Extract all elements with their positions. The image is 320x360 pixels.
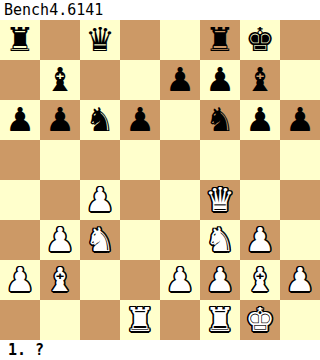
square-d8[interactable] xyxy=(120,20,160,60)
square-b6[interactable]: ♟ xyxy=(40,100,80,140)
square-g1[interactable]: ♚ xyxy=(240,300,280,340)
piece-black-bishop[interactable]: ♝ xyxy=(240,60,280,100)
square-g8[interactable]: ♚ xyxy=(240,20,280,60)
square-a1[interactable] xyxy=(0,300,40,340)
piece-white-pawn[interactable]: ♟ xyxy=(80,180,120,220)
piece-white-knight[interactable]: ♞ xyxy=(200,220,240,260)
square-a4[interactable] xyxy=(0,180,40,220)
square-e1[interactable] xyxy=(160,300,200,340)
square-b4[interactable] xyxy=(40,180,80,220)
piece-white-pawn[interactable]: ♟ xyxy=(160,260,200,300)
square-b2[interactable]: ♝ xyxy=(40,260,80,300)
square-c4[interactable]: ♟ xyxy=(80,180,120,220)
square-b5[interactable] xyxy=(40,140,80,180)
square-c1[interactable] xyxy=(80,300,120,340)
square-a2[interactable]: ♟ xyxy=(0,260,40,300)
move-prompt: 1. ? xyxy=(0,340,320,360)
square-g2[interactable]: ♝ xyxy=(240,260,280,300)
square-f2[interactable]: ♟ xyxy=(200,260,240,300)
square-f5[interactable] xyxy=(200,140,240,180)
piece-black-knight[interactable]: ♞ xyxy=(80,100,120,140)
square-g6[interactable]: ♟ xyxy=(240,100,280,140)
chess-board: ♜♛♜♚♝♟♟♝♟♟♞♟♞♟♟♟♛♟♞♞♟♟♝♟♟♝♟♜♜♚ xyxy=(0,20,320,340)
square-f7[interactable]: ♟ xyxy=(200,60,240,100)
piece-white-pawn[interactable]: ♟ xyxy=(280,260,320,300)
square-h8[interactable] xyxy=(280,20,320,60)
square-d1[interactable]: ♜ xyxy=(120,300,160,340)
square-c2[interactable] xyxy=(80,260,120,300)
square-c3[interactable]: ♞ xyxy=(80,220,120,260)
square-a3[interactable] xyxy=(0,220,40,260)
piece-black-pawn[interactable]: ♟ xyxy=(40,100,80,140)
piece-black-king[interactable]: ♚ xyxy=(240,20,280,60)
piece-white-pawn[interactable]: ♟ xyxy=(240,220,280,260)
piece-black-pawn[interactable]: ♟ xyxy=(240,100,280,140)
piece-white-pawn[interactable]: ♟ xyxy=(40,220,80,260)
piece-white-pawn[interactable]: ♟ xyxy=(200,260,240,300)
square-c6[interactable]: ♞ xyxy=(80,100,120,140)
square-b3[interactable]: ♟ xyxy=(40,220,80,260)
diagram-title: Bench4.6141 xyxy=(0,0,320,20)
piece-white-bishop[interactable]: ♝ xyxy=(40,260,80,300)
square-a8[interactable]: ♜ xyxy=(0,20,40,60)
square-e6[interactable] xyxy=(160,100,200,140)
square-f3[interactable]: ♞ xyxy=(200,220,240,260)
piece-black-pawn[interactable]: ♟ xyxy=(120,100,160,140)
square-h2[interactable]: ♟ xyxy=(280,260,320,300)
piece-black-knight[interactable]: ♞ xyxy=(200,100,240,140)
square-d4[interactable] xyxy=(120,180,160,220)
piece-black-pawn[interactable]: ♟ xyxy=(200,60,240,100)
square-a5[interactable] xyxy=(0,140,40,180)
piece-black-pawn[interactable]: ♟ xyxy=(160,60,200,100)
piece-white-pawn[interactable]: ♟ xyxy=(0,260,40,300)
square-h1[interactable] xyxy=(280,300,320,340)
square-d2[interactable] xyxy=(120,260,160,300)
square-e5[interactable] xyxy=(160,140,200,180)
square-h7[interactable] xyxy=(280,60,320,100)
square-h4[interactable] xyxy=(280,180,320,220)
square-f4[interactable]: ♛ xyxy=(200,180,240,220)
piece-white-rook[interactable]: ♜ xyxy=(200,300,240,340)
chess-diagram-window: Bench4.6141 ♜♛♜♚♝♟♟♝♟♟♞♟♞♟♟♟♛♟♞♞♟♟♝♟♟♝♟♜… xyxy=(0,0,320,360)
square-d3[interactable] xyxy=(120,220,160,260)
piece-black-queen[interactable]: ♛ xyxy=(80,20,120,60)
piece-white-knight[interactable]: ♞ xyxy=(80,220,120,260)
square-g4[interactable] xyxy=(240,180,280,220)
square-g5[interactable] xyxy=(240,140,280,180)
square-h5[interactable] xyxy=(280,140,320,180)
square-e8[interactable] xyxy=(160,20,200,60)
piece-white-king[interactable]: ♚ xyxy=(240,300,280,340)
square-d5[interactable] xyxy=(120,140,160,180)
square-f1[interactable]: ♜ xyxy=(200,300,240,340)
square-g3[interactable]: ♟ xyxy=(240,220,280,260)
square-c8[interactable]: ♛ xyxy=(80,20,120,60)
piece-black-rook[interactable]: ♜ xyxy=(0,20,40,60)
square-e7[interactable]: ♟ xyxy=(160,60,200,100)
piece-black-rook[interactable]: ♜ xyxy=(200,20,240,60)
piece-white-queen[interactable]: ♛ xyxy=(200,180,240,220)
square-f6[interactable]: ♞ xyxy=(200,100,240,140)
square-a7[interactable] xyxy=(0,60,40,100)
piece-black-pawn[interactable]: ♟ xyxy=(280,100,320,140)
piece-white-rook[interactable]: ♜ xyxy=(120,300,160,340)
square-d6[interactable]: ♟ xyxy=(120,100,160,140)
square-b8[interactable] xyxy=(40,20,80,60)
square-h6[interactable]: ♟ xyxy=(280,100,320,140)
square-f8[interactable]: ♜ xyxy=(200,20,240,60)
square-h3[interactable] xyxy=(280,220,320,260)
piece-black-pawn[interactable]: ♟ xyxy=(0,100,40,140)
square-b7[interactable]: ♝ xyxy=(40,60,80,100)
square-e3[interactable] xyxy=(160,220,200,260)
square-c5[interactable] xyxy=(80,140,120,180)
square-e4[interactable] xyxy=(160,180,200,220)
square-c7[interactable] xyxy=(80,60,120,100)
piece-black-bishop[interactable]: ♝ xyxy=(40,60,80,100)
square-g7[interactable]: ♝ xyxy=(240,60,280,100)
square-b1[interactable] xyxy=(40,300,80,340)
square-d7[interactable] xyxy=(120,60,160,100)
square-a6[interactable]: ♟ xyxy=(0,100,40,140)
square-e2[interactable]: ♟ xyxy=(160,260,200,300)
piece-white-bishop[interactable]: ♝ xyxy=(240,260,280,300)
